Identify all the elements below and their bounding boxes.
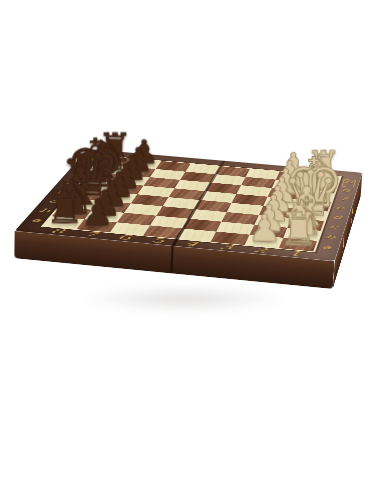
fold-seam-edge [170,246,173,274]
chess-set: 87654321 hgfedcba hgfedcba ♜♞♝♛♚♝♞♜♟♟♟♟♟… [44,44,357,357]
brass-clasp [351,207,353,224]
product-photo: 87654321 hgfedcba hgfedcba ♜♞♝♛♚♝♞♜♟♟♟♟♟… [0,0,376,500]
chess-board: 87654321 hgfedcba hgfedcba ♜♞♝♛♚♝♞♜♟♟♟♟♟… [15,149,363,261]
brass-clasp [342,235,344,253]
